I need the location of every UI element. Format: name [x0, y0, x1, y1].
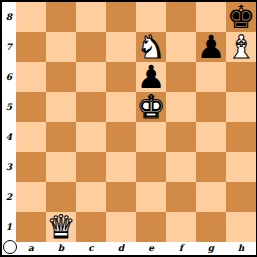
square-a1[interactable]	[16, 212, 46, 242]
square-d4[interactable]	[106, 122, 136, 152]
square-b7[interactable]	[46, 32, 76, 62]
square-c3[interactable]	[76, 152, 106, 182]
square-e5[interactable]: ♚︎	[136, 92, 166, 122]
square-b8[interactable]	[46, 2, 76, 32]
square-a8[interactable]	[16, 2, 46, 32]
square-a2[interactable]	[16, 182, 46, 212]
chess-board: ♚︎♞︎♟︎♝︎♟︎♚︎♛︎	[16, 2, 256, 242]
square-d1[interactable]	[106, 212, 136, 242]
square-g1[interactable]	[196, 212, 226, 242]
white-bishop-piece[interactable]: ♝︎	[226, 32, 256, 62]
square-h4[interactable]	[226, 122, 256, 152]
square-d2[interactable]	[106, 182, 136, 212]
square-h7[interactable]: ♝︎	[226, 32, 256, 62]
square-g2[interactable]	[196, 182, 226, 212]
square-b3[interactable]	[46, 152, 76, 182]
square-e1[interactable]	[136, 212, 166, 242]
square-c1[interactable]	[76, 212, 106, 242]
square-d5[interactable]	[106, 92, 136, 122]
rank-label-6: 6	[2, 62, 16, 92]
square-c6[interactable]	[76, 62, 106, 92]
file-label-e: e	[136, 242, 166, 255]
rank-labels: 87654321	[2, 2, 16, 242]
square-h5[interactable]	[226, 92, 256, 122]
square-c5[interactable]	[76, 92, 106, 122]
rank-label-8: 8	[2, 2, 16, 32]
rank-label-3: 3	[2, 152, 16, 182]
square-h1[interactable]	[226, 212, 256, 242]
square-f8[interactable]	[166, 2, 196, 32]
square-c2[interactable]	[76, 182, 106, 212]
square-f2[interactable]	[166, 182, 196, 212]
file-labels: abcdefgh	[16, 242, 256, 255]
file-label-c: c	[76, 242, 106, 255]
white-to-move-indicator	[3, 240, 17, 254]
square-f1[interactable]	[166, 212, 196, 242]
square-g4[interactable]	[196, 122, 226, 152]
square-f5[interactable]	[166, 92, 196, 122]
rank-label-4: 4	[2, 122, 16, 152]
square-c8[interactable]	[76, 2, 106, 32]
chess-diagram: 87654321 ♚︎♞︎♟︎♝︎♟︎♚︎♛︎ abcdefgh	[0, 0, 257, 257]
square-g5[interactable]	[196, 92, 226, 122]
square-b4[interactable]	[46, 122, 76, 152]
white-queen-piece[interactable]: ♛︎	[46, 212, 76, 242]
square-d8[interactable]	[106, 2, 136, 32]
square-a7[interactable]	[16, 32, 46, 62]
square-a6[interactable]	[16, 62, 46, 92]
square-g3[interactable]	[196, 152, 226, 182]
rank-label-1: 1	[2, 212, 16, 242]
square-e4[interactable]	[136, 122, 166, 152]
square-g7[interactable]: ♟︎	[196, 32, 226, 62]
square-e2[interactable]	[136, 182, 166, 212]
file-label-f: f	[166, 242, 196, 255]
rank-label-5: 5	[2, 92, 16, 122]
square-b5[interactable]	[46, 92, 76, 122]
square-g6[interactable]	[196, 62, 226, 92]
square-e3[interactable]	[136, 152, 166, 182]
file-label-g: g	[196, 242, 226, 255]
square-f4[interactable]	[166, 122, 196, 152]
black-pawn-piece[interactable]: ♟︎	[196, 32, 226, 62]
square-d6[interactable]	[106, 62, 136, 92]
square-f7[interactable]	[166, 32, 196, 62]
square-d7[interactable]	[106, 32, 136, 62]
square-b1[interactable]: ♛︎	[46, 212, 76, 242]
rank-label-2: 2	[2, 182, 16, 212]
square-d3[interactable]	[106, 152, 136, 182]
square-f3[interactable]	[166, 152, 196, 182]
file-label-d: d	[106, 242, 136, 255]
square-f6[interactable]	[166, 62, 196, 92]
square-b6[interactable]	[46, 62, 76, 92]
rank-label-7: 7	[2, 32, 16, 62]
square-h6[interactable]	[226, 62, 256, 92]
square-a4[interactable]	[16, 122, 46, 152]
square-h2[interactable]	[226, 182, 256, 212]
square-c7[interactable]	[76, 32, 106, 62]
square-a3[interactable]	[16, 152, 46, 182]
square-c4[interactable]	[76, 122, 106, 152]
file-label-h: h	[226, 242, 256, 255]
square-a5[interactable]	[16, 92, 46, 122]
file-label-a: a	[16, 242, 46, 255]
white-king-piece[interactable]: ♚︎	[136, 92, 166, 122]
square-h3[interactable]	[226, 152, 256, 182]
file-label-b: b	[46, 242, 76, 255]
